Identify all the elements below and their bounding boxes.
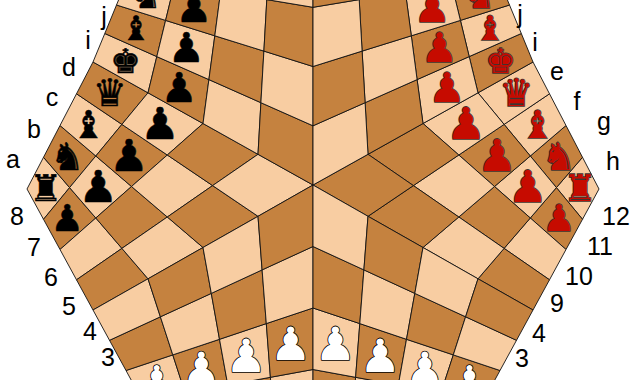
rank-label-6: 6	[44, 263, 58, 291]
three-player-chess-diagram: ♜♞♝♛♚♝♞♜♟♟♟♟♟♟♟♟♜♞♝♛♚♝♞♜♟♟♟♟♟♟♟♟♜♞♝♛♚♝♞♜…	[0, 0, 640, 380]
file-label-g: g	[597, 107, 611, 135]
file-label-f: f	[574, 87, 581, 115]
rank-label-9: 9	[550, 289, 564, 317]
piece-white-pawn-d2: ♟	[270, 317, 311, 371]
piece-white-pawn-f2: ♟	[359, 329, 400, 380]
rank-label-4: 4	[532, 319, 546, 347]
piece-white-pawn-e2: ♟	[315, 317, 356, 371]
rank-label-3: 3	[515, 344, 529, 372]
file-label-i: i	[532, 28, 538, 56]
rank-label-5: 5	[62, 292, 76, 320]
file-label-c: c	[46, 83, 59, 111]
file-label-j: j	[516, 0, 523, 28]
piece-red-pawn-h11: ♟	[542, 197, 575, 240]
piece-black-knight-k8: ♞	[131, 0, 161, 16]
piece-white-pawn-a2: ♟	[140, 358, 173, 380]
rank-label-4: 4	[83, 317, 97, 345]
rank-label-3: 3	[101, 343, 115, 371]
rank-label-7: 7	[27, 233, 41, 261]
piece-white-pawn-c2: ♟	[225, 329, 266, 380]
file-label-h: h	[606, 147, 620, 175]
piece-red-knight-k12: ♞	[465, 0, 495, 16]
piece-red-pawn-k11: ♟	[414, 0, 451, 32]
file-label-b: b	[27, 115, 41, 143]
piece-white-pawn-b2: ♟	[182, 343, 221, 380]
rank-label-10: 10	[565, 262, 593, 290]
file-label-d: d	[62, 53, 76, 81]
file-label-j: j	[100, 2, 107, 30]
chess-board: ♜♞♝♛♚♝♞♜♟♟♟♟♟♟♟♟♜♞♝♛♚♝♞♜♟♟♟♟♟♟♟♟♜♞♝♛♚♝♞♜…	[0, 0, 640, 380]
rank-label-12: 12	[602, 202, 630, 230]
rank-label-11: 11	[587, 232, 613, 260]
piece-white-pawn-h2: ♟	[453, 358, 486, 380]
file-label-e: e	[550, 57, 564, 85]
file-label-i: i	[85, 26, 91, 54]
piece-white-pawn-g2: ♟	[405, 343, 444, 380]
piece-black-pawn-k7: ♟	[176, 0, 213, 32]
file-label-a: a	[6, 145, 20, 173]
rank-label-8: 8	[10, 202, 24, 230]
